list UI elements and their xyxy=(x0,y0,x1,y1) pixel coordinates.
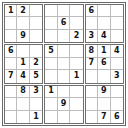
cell-r6c4-empty[interactable] xyxy=(45,70,57,82)
cell-r6c6-given[interactable]: 1 xyxy=(70,70,82,82)
cell-r3c5-empty[interactable] xyxy=(58,30,70,42)
cell-r8c6-empty[interactable] xyxy=(70,98,82,110)
cell-r8c9-empty[interactable] xyxy=(111,98,123,110)
cell-r2c1-empty[interactable] xyxy=(5,17,17,29)
cell-r8c7-empty[interactable] xyxy=(86,98,98,110)
cell-r1c8-empty[interactable] xyxy=(98,5,110,17)
cell-r8c2-empty[interactable] xyxy=(17,98,29,110)
cell-r4c2-empty[interactable] xyxy=(17,45,29,57)
cell-r9c4-empty[interactable] xyxy=(45,111,57,123)
cell-r3c1-empty[interactable] xyxy=(5,30,17,42)
cell-r8c5-given[interactable]: 9 xyxy=(58,98,70,110)
cell-r2c3-empty[interactable] xyxy=(30,17,42,29)
cell-r7c3-given[interactable]: 3 xyxy=(30,86,42,98)
cell-r8c8-empty[interactable] xyxy=(98,98,110,110)
cell-r4c9-given[interactable]: 4 xyxy=(111,45,123,57)
cell-r5c5-empty[interactable] xyxy=(58,58,70,70)
block-r1c2: 62 xyxy=(44,4,83,43)
block-r3c3: 976 xyxy=(85,85,124,124)
cell-r8c1-empty[interactable] xyxy=(5,98,17,110)
cell-r5c6-empty[interactable] xyxy=(70,58,82,70)
cell-r1c2-given[interactable]: 2 xyxy=(17,5,29,17)
cell-r7c9-empty[interactable] xyxy=(111,86,123,98)
cell-r4c4-given[interactable]: 5 xyxy=(45,45,57,57)
cell-r6c2-given[interactable]: 4 xyxy=(17,70,29,82)
cell-r6c8-empty[interactable] xyxy=(98,70,110,82)
cell-r7c1-empty[interactable] xyxy=(5,86,17,98)
block-r1c1: 129 xyxy=(4,4,43,43)
cell-r5c4-empty[interactable] xyxy=(45,58,57,70)
cell-r5c1-empty[interactable] xyxy=(5,58,17,70)
cell-r2c8-empty[interactable] xyxy=(98,17,110,29)
cell-r3c9-empty[interactable] xyxy=(111,30,123,42)
cell-r3c3-empty[interactable] xyxy=(30,30,42,42)
cell-r5c7-given[interactable]: 7 xyxy=(86,58,98,70)
cell-r5c8-given[interactable]: 6 xyxy=(98,58,110,70)
cell-r9c9-given[interactable]: 6 xyxy=(111,111,123,123)
cell-r2c4-empty[interactable] xyxy=(45,17,57,29)
cell-r5c3-given[interactable]: 2 xyxy=(30,58,42,70)
cell-r4c6-empty[interactable] xyxy=(70,45,82,57)
cell-r4c8-given[interactable]: 1 xyxy=(98,45,110,57)
cell-r1c4-empty[interactable] xyxy=(45,5,57,17)
cell-r9c3-given[interactable]: 1 xyxy=(30,111,42,123)
cell-r4c1-given[interactable]: 6 xyxy=(5,45,17,57)
cell-r9c6-empty[interactable] xyxy=(70,111,82,123)
cell-r1c5-empty[interactable] xyxy=(58,5,70,17)
cell-r6c3-given[interactable]: 5 xyxy=(30,70,42,82)
cell-r2c6-empty[interactable] xyxy=(70,17,82,29)
cell-r4c5-empty[interactable] xyxy=(58,45,70,57)
cell-r7c4-given[interactable]: 1 xyxy=(45,86,57,98)
block-r2c2: 51 xyxy=(44,44,83,83)
cell-r9c2-empty[interactable] xyxy=(17,111,29,123)
cell-r7c2-given[interactable]: 8 xyxy=(17,86,29,98)
block-r3c2: 19 xyxy=(44,85,83,124)
sudoku-screenshot: 129626346127455181476383119976 xyxy=(0,0,128,128)
cell-r2c7-empty[interactable] xyxy=(86,17,98,29)
cell-r1c1-given[interactable]: 1 xyxy=(5,5,17,17)
cell-r1c6-empty[interactable] xyxy=(70,5,82,17)
cell-r7c7-empty[interactable] xyxy=(86,86,98,98)
cell-r9c8-given[interactable]: 7 xyxy=(98,111,110,123)
cell-r8c3-empty[interactable] xyxy=(30,98,42,110)
cell-r2c9-empty[interactable] xyxy=(111,17,123,29)
cell-r3c7-given[interactable]: 3 xyxy=(86,30,98,42)
block-r1c3: 634 xyxy=(85,4,124,43)
cell-r7c5-empty[interactable] xyxy=(58,86,70,98)
cell-r3c2-given[interactable]: 9 xyxy=(17,30,29,42)
cell-r3c4-empty[interactable] xyxy=(45,30,57,42)
cell-r6c7-empty[interactable] xyxy=(86,70,98,82)
cell-r4c7-given[interactable]: 8 xyxy=(86,45,98,57)
cell-r1c3-empty[interactable] xyxy=(30,5,42,17)
block-r2c1: 612745 xyxy=(4,44,43,83)
cell-r4c3-empty[interactable] xyxy=(30,45,42,57)
cell-r6c9-given[interactable]: 3 xyxy=(111,70,123,82)
cell-r6c5-empty[interactable] xyxy=(58,70,70,82)
cell-r5c9-empty[interactable] xyxy=(111,58,123,70)
cell-r9c1-empty[interactable] xyxy=(5,111,17,123)
cell-r7c6-empty[interactable] xyxy=(70,86,82,98)
cell-r3c6-given[interactable]: 2 xyxy=(70,30,82,42)
cell-r8c4-empty[interactable] xyxy=(45,98,57,110)
sudoku-board-frame: 129626346127455181476383119976 xyxy=(2,2,126,126)
cell-r2c5-given[interactable]: 6 xyxy=(58,17,70,29)
block-r3c1: 831 xyxy=(4,85,43,124)
cell-r9c5-empty[interactable] xyxy=(58,111,70,123)
block-r2c3: 814763 xyxy=(85,44,124,83)
cell-r7c8-given[interactable]: 9 xyxy=(98,86,110,98)
cell-r1c9-empty[interactable] xyxy=(111,5,123,17)
cell-r9c7-empty[interactable] xyxy=(86,111,98,123)
cell-r6c1-given[interactable]: 7 xyxy=(5,70,17,82)
sudoku-board: 129626346127455181476383119976 xyxy=(4,4,124,124)
cell-r3c8-given[interactable]: 4 xyxy=(98,30,110,42)
cell-r5c2-given[interactable]: 1 xyxy=(17,58,29,70)
cell-r1c7-given[interactable]: 6 xyxy=(86,5,98,17)
cell-r2c2-empty[interactable] xyxy=(17,17,29,29)
